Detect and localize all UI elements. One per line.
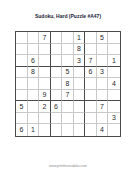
cell-r8c6[interactable] bbox=[74, 113, 86, 125]
cell-r2c9[interactable] bbox=[108, 44, 120, 56]
sudoku-board: 715863718563849752673614 bbox=[15, 31, 121, 137]
cell-r8c7[interactable] bbox=[85, 113, 97, 125]
cell-r5c3[interactable] bbox=[39, 78, 51, 90]
cell-r3c2[interactable]: 6 bbox=[28, 55, 40, 67]
cell-r6c7[interactable] bbox=[85, 90, 97, 102]
cell-r3c3[interactable] bbox=[39, 55, 51, 67]
cell-r1c4[interactable] bbox=[51, 32, 63, 44]
cell-r1c2[interactable] bbox=[28, 32, 40, 44]
cell-r9c9[interactable] bbox=[108, 124, 120, 136]
cell-r9c8[interactable]: 4 bbox=[97, 124, 109, 136]
cell-r4c4[interactable] bbox=[51, 67, 63, 79]
cell-r9c3[interactable] bbox=[39, 124, 51, 136]
cell-r4c7[interactable]: 6 bbox=[85, 67, 97, 79]
cell-r6c5[interactable]: 7 bbox=[62, 90, 74, 102]
cell-r8c9[interactable]: 3 bbox=[108, 113, 120, 125]
cell-r4c2[interactable]: 8 bbox=[28, 67, 40, 79]
cell-r2c7[interactable] bbox=[85, 44, 97, 56]
footer-url: www.printfreesudoku.com bbox=[0, 164, 136, 168]
cell-r2c3[interactable] bbox=[39, 44, 51, 56]
cell-r3c9[interactable]: 1 bbox=[108, 55, 120, 67]
cell-r1c9[interactable] bbox=[108, 32, 120, 44]
cell-r7c5[interactable] bbox=[62, 101, 74, 113]
cell-r5c7[interactable] bbox=[85, 78, 97, 90]
cell-r4c5[interactable]: 5 bbox=[62, 67, 74, 79]
cell-r3c7[interactable]: 7 bbox=[85, 55, 97, 67]
puzzle-title: Sudoku, Hard (Puzzle #A47) bbox=[0, 0, 136, 19]
cell-r2c1[interactable] bbox=[16, 44, 28, 56]
cell-r9c6[interactable] bbox=[74, 124, 86, 136]
cell-r7c3[interactable]: 2 bbox=[39, 101, 51, 113]
cell-r1c5[interactable] bbox=[62, 32, 74, 44]
cell-r4c3[interactable] bbox=[39, 67, 51, 79]
cell-r7c8[interactable]: 7 bbox=[97, 101, 109, 113]
cell-r8c1[interactable] bbox=[16, 113, 28, 125]
cell-r8c3[interactable] bbox=[39, 113, 51, 125]
cell-r7c9[interactable] bbox=[108, 101, 120, 113]
cell-r8c4[interactable] bbox=[51, 113, 63, 125]
sudoku-print-page: Sudoku, Hard (Puzzle #A47) 7158637185638… bbox=[0, 0, 136, 176]
cell-r2c6[interactable]: 8 bbox=[74, 44, 86, 56]
cell-r1c1[interactable] bbox=[16, 32, 28, 44]
cell-r7c4[interactable]: 6 bbox=[51, 101, 63, 113]
cell-r7c1[interactable]: 5 bbox=[16, 101, 28, 113]
cell-r5c6[interactable] bbox=[74, 78, 86, 90]
cell-r5c5[interactable]: 8 bbox=[62, 78, 74, 90]
cell-r1c6[interactable]: 1 bbox=[74, 32, 86, 44]
cell-r1c3[interactable]: 7 bbox=[39, 32, 51, 44]
cell-r6c6[interactable] bbox=[74, 90, 86, 102]
cell-r2c5[interactable] bbox=[62, 44, 74, 56]
cell-r7c2[interactable] bbox=[28, 101, 40, 113]
cell-r8c2[interactable] bbox=[28, 113, 40, 125]
cell-r4c1[interactable] bbox=[16, 67, 28, 79]
cell-r3c6[interactable]: 3 bbox=[74, 55, 86, 67]
cell-r3c4[interactable] bbox=[51, 55, 63, 67]
cell-r4c9[interactable] bbox=[108, 67, 120, 79]
cell-r2c8[interactable] bbox=[97, 44, 109, 56]
cell-r4c8[interactable]: 3 bbox=[97, 67, 109, 79]
cell-r6c9[interactable] bbox=[108, 90, 120, 102]
cell-r2c2[interactable] bbox=[28, 44, 40, 56]
cell-r5c1[interactable] bbox=[16, 78, 28, 90]
cell-r8c5[interactable] bbox=[62, 113, 74, 125]
cell-r7c7[interactable] bbox=[85, 101, 97, 113]
cell-r9c2[interactable]: 1 bbox=[28, 124, 40, 136]
cell-r5c4[interactable] bbox=[51, 78, 63, 90]
cell-r7c6[interactable] bbox=[74, 101, 86, 113]
cell-r6c1[interactable] bbox=[16, 90, 28, 102]
cell-r2c4[interactable] bbox=[51, 44, 63, 56]
cell-r8c8[interactable] bbox=[97, 113, 109, 125]
cell-r3c1[interactable] bbox=[16, 55, 28, 67]
cell-r1c7[interactable] bbox=[85, 32, 97, 44]
cell-r5c8[interactable] bbox=[97, 78, 109, 90]
cell-r5c2[interactable] bbox=[28, 78, 40, 90]
cell-r3c5[interactable] bbox=[62, 55, 74, 67]
cell-r6c8[interactable] bbox=[97, 90, 109, 102]
cell-r3c8[interactable] bbox=[97, 55, 109, 67]
cell-r9c7[interactable] bbox=[85, 124, 97, 136]
cell-r9c1[interactable]: 6 bbox=[16, 124, 28, 136]
cell-r6c4[interactable] bbox=[51, 90, 63, 102]
cell-r9c5[interactable] bbox=[62, 124, 74, 136]
cell-r1c8[interactable]: 5 bbox=[97, 32, 109, 44]
cell-r5c9[interactable]: 4 bbox=[108, 78, 120, 90]
cell-r9c4[interactable] bbox=[51, 124, 63, 136]
cell-r6c3[interactable]: 9 bbox=[39, 90, 51, 102]
cell-r6c2[interactable] bbox=[28, 90, 40, 102]
cell-r4c6[interactable] bbox=[74, 67, 86, 79]
